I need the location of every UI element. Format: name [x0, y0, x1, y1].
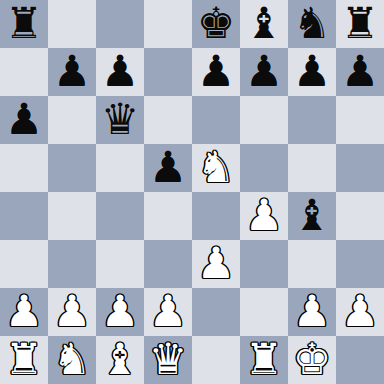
black-pawn[interactable]: ♟	[149, 144, 188, 191]
white-knight[interactable]: ♞	[197, 144, 236, 191]
white-pawn[interactable]: ♟	[245, 192, 284, 239]
square-c7[interactable]: ♟	[96, 48, 144, 96]
square-g8[interactable]: ♞	[288, 0, 336, 48]
square-c1[interactable]: ♝	[96, 336, 144, 384]
square-c6[interactable]: ♛	[96, 96, 144, 144]
square-e6[interactable]	[192, 96, 240, 144]
square-d4[interactable]	[144, 192, 192, 240]
white-pawn[interactable]: ♟	[5, 288, 44, 335]
square-e5[interactable]: ♞	[192, 144, 240, 192]
square-a2[interactable]: ♟	[0, 288, 48, 336]
square-e8[interactable]: ♚	[192, 0, 240, 48]
square-b3[interactable]	[48, 240, 96, 288]
square-a6[interactable]: ♟	[0, 96, 48, 144]
white-king[interactable]: ♚	[293, 336, 332, 383]
black-pawn[interactable]: ♟	[197, 48, 236, 95]
black-pawn[interactable]: ♟	[245, 48, 284, 95]
square-g6[interactable]	[288, 96, 336, 144]
black-pawn[interactable]: ♟	[5, 96, 44, 143]
square-e7[interactable]: ♟	[192, 48, 240, 96]
square-d6[interactable]	[144, 96, 192, 144]
square-c5[interactable]	[96, 144, 144, 192]
square-b1[interactable]: ♞	[48, 336, 96, 384]
white-queen[interactable]: ♛	[149, 336, 188, 383]
square-g7[interactable]: ♟	[288, 48, 336, 96]
square-f6[interactable]	[240, 96, 288, 144]
square-h6[interactable]	[336, 96, 384, 144]
black-pawn[interactable]: ♟	[341, 48, 380, 95]
square-a5[interactable]	[0, 144, 48, 192]
square-a3[interactable]	[0, 240, 48, 288]
square-e3[interactable]: ♟	[192, 240, 240, 288]
square-e2[interactable]	[192, 288, 240, 336]
square-g3[interactable]	[288, 240, 336, 288]
chess-board: ♜♚♝♞♜♟♟♟♟♟♟♟♛♟♞♟♝♟♟♟♟♟♟♟♜♞♝♛♜♚	[0, 0, 384, 384]
square-a1[interactable]: ♜	[0, 336, 48, 384]
white-rook[interactable]: ♜	[5, 336, 44, 383]
square-d1[interactable]: ♛	[144, 336, 192, 384]
square-e4[interactable]	[192, 192, 240, 240]
white-pawn[interactable]: ♟	[341, 288, 380, 335]
white-pawn[interactable]: ♟	[101, 288, 140, 335]
square-d5[interactable]: ♟	[144, 144, 192, 192]
black-king[interactable]: ♚	[197, 0, 236, 47]
black-pawn[interactable]: ♟	[101, 48, 140, 95]
square-h2[interactable]: ♟	[336, 288, 384, 336]
square-c4[interactable]	[96, 192, 144, 240]
square-h1[interactable]	[336, 336, 384, 384]
square-f2[interactable]	[240, 288, 288, 336]
black-pawn[interactable]: ♟	[53, 48, 92, 95]
square-f1[interactable]: ♜	[240, 336, 288, 384]
square-e1[interactable]	[192, 336, 240, 384]
square-f4[interactable]: ♟	[240, 192, 288, 240]
square-b6[interactable]	[48, 96, 96, 144]
square-c3[interactable]	[96, 240, 144, 288]
square-f5[interactable]	[240, 144, 288, 192]
square-h8[interactable]: ♜	[336, 0, 384, 48]
white-pawn[interactable]: ♟	[53, 288, 92, 335]
square-c2[interactable]: ♟	[96, 288, 144, 336]
black-knight[interactable]: ♞	[293, 0, 332, 47]
square-b7[interactable]: ♟	[48, 48, 96, 96]
square-h5[interactable]	[336, 144, 384, 192]
square-d2[interactable]: ♟	[144, 288, 192, 336]
square-g4[interactable]: ♝	[288, 192, 336, 240]
black-queen[interactable]: ♛	[101, 96, 140, 143]
square-h7[interactable]: ♟	[336, 48, 384, 96]
square-g5[interactable]	[288, 144, 336, 192]
square-a8[interactable]: ♜	[0, 0, 48, 48]
square-f8[interactable]: ♝	[240, 0, 288, 48]
square-b5[interactable]	[48, 144, 96, 192]
white-pawn[interactable]: ♟	[149, 288, 188, 335]
square-g2[interactable]: ♟	[288, 288, 336, 336]
square-d8[interactable]	[144, 0, 192, 48]
square-b2[interactable]: ♟	[48, 288, 96, 336]
square-d7[interactable]	[144, 48, 192, 96]
square-c8[interactable]	[96, 0, 144, 48]
black-bishop[interactable]: ♝	[293, 192, 332, 239]
black-rook[interactable]: ♜	[341, 0, 380, 47]
square-a7[interactable]	[0, 48, 48, 96]
square-f7[interactable]: ♟	[240, 48, 288, 96]
square-a4[interactable]	[0, 192, 48, 240]
square-h4[interactable]	[336, 192, 384, 240]
white-pawn[interactable]: ♟	[293, 288, 332, 335]
black-bishop[interactable]: ♝	[245, 0, 284, 47]
square-h3[interactable]	[336, 240, 384, 288]
black-pawn[interactable]: ♟	[293, 48, 332, 95]
white-bishop[interactable]: ♝	[101, 336, 140, 383]
square-d3[interactable]	[144, 240, 192, 288]
white-pawn[interactable]: ♟	[197, 240, 236, 287]
square-b4[interactable]	[48, 192, 96, 240]
black-rook[interactable]: ♜	[5, 0, 44, 47]
white-rook[interactable]: ♜	[245, 336, 284, 383]
square-g1[interactable]: ♚	[288, 336, 336, 384]
square-f3[interactable]	[240, 240, 288, 288]
white-knight[interactable]: ♞	[53, 336, 92, 383]
square-b8[interactable]	[48, 0, 96, 48]
